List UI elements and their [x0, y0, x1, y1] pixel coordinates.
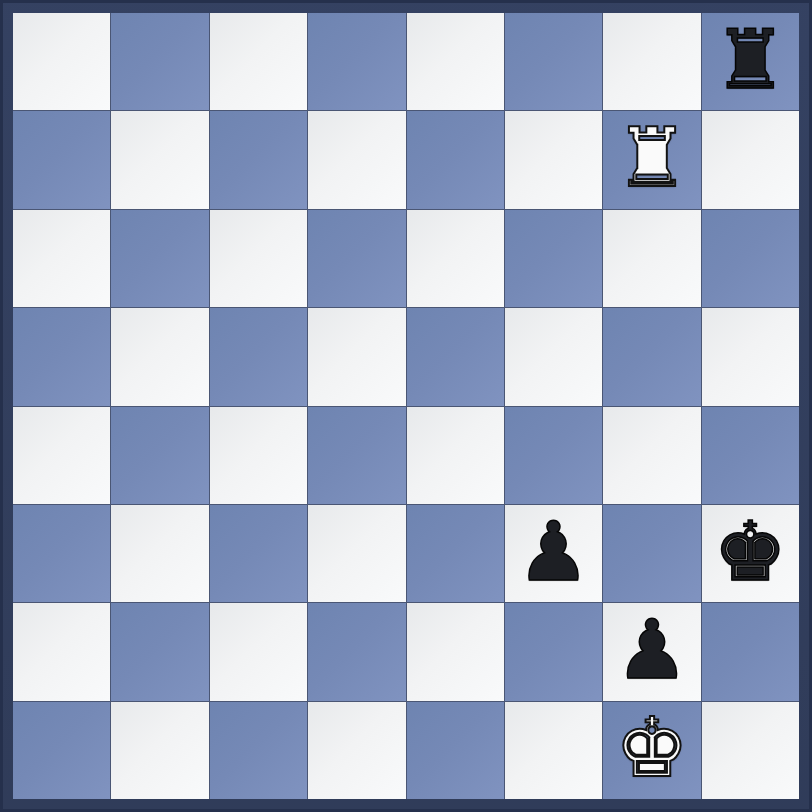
square-e2[interactable] — [407, 603, 504, 700]
square-h4[interactable] — [702, 407, 799, 504]
square-e6[interactable] — [407, 210, 504, 307]
square-e7[interactable] — [407, 111, 504, 208]
square-b6[interactable] — [111, 210, 208, 307]
square-a8[interactable] — [13, 13, 110, 110]
square-b7[interactable] — [111, 111, 208, 208]
square-d1[interactable] — [308, 702, 405, 799]
square-b8[interactable] — [111, 13, 208, 110]
board-frame: ♜♜♟♚♟♚ — [0, 0, 812, 812]
chess-board: ♜♜♟♚♟♚ — [13, 13, 799, 799]
square-f4[interactable] — [505, 407, 602, 504]
square-g3[interactable] — [603, 505, 700, 602]
square-f6[interactable] — [505, 210, 602, 307]
square-b1[interactable] — [111, 702, 208, 799]
square-a5[interactable] — [13, 308, 110, 405]
square-b2[interactable] — [111, 603, 208, 700]
black-pawn[interactable]: ♟ — [517, 511, 591, 593]
square-c2[interactable] — [210, 603, 307, 700]
square-d3[interactable] — [308, 505, 405, 602]
square-h5[interactable] — [702, 308, 799, 405]
square-b4[interactable] — [111, 407, 208, 504]
square-h6[interactable] — [702, 210, 799, 307]
square-c6[interactable] — [210, 210, 307, 307]
square-h7[interactable] — [702, 111, 799, 208]
square-h2[interactable] — [702, 603, 799, 700]
square-e3[interactable] — [407, 505, 504, 602]
square-d7[interactable] — [308, 111, 405, 208]
square-b5[interactable] — [111, 308, 208, 405]
square-h8[interactable]: ♜ — [702, 13, 799, 110]
square-g2[interactable]: ♟ — [603, 603, 700, 700]
square-c4[interactable] — [210, 407, 307, 504]
square-a2[interactable] — [13, 603, 110, 700]
square-c8[interactable] — [210, 13, 307, 110]
square-e5[interactable] — [407, 308, 504, 405]
square-h1[interactable] — [702, 702, 799, 799]
square-h3[interactable]: ♚ — [702, 505, 799, 602]
square-f8[interactable] — [505, 13, 602, 110]
square-g6[interactable] — [603, 210, 700, 307]
square-g5[interactable] — [603, 308, 700, 405]
square-a4[interactable] — [13, 407, 110, 504]
black-pawn[interactable]: ♟ — [615, 609, 689, 691]
square-e8[interactable] — [407, 13, 504, 110]
square-d8[interactable] — [308, 13, 405, 110]
square-f2[interactable] — [505, 603, 602, 700]
square-g7[interactable]: ♜ — [603, 111, 700, 208]
square-f7[interactable] — [505, 111, 602, 208]
square-f1[interactable] — [505, 702, 602, 799]
square-a6[interactable] — [13, 210, 110, 307]
square-b3[interactable] — [111, 505, 208, 602]
white-king[interactable]: ♚ — [615, 707, 689, 789]
square-c7[interactable] — [210, 111, 307, 208]
square-d6[interactable] — [308, 210, 405, 307]
white-rook[interactable]: ♜ — [615, 117, 689, 199]
square-d5[interactable] — [308, 308, 405, 405]
square-c5[interactable] — [210, 308, 307, 405]
square-f5[interactable] — [505, 308, 602, 405]
square-e1[interactable] — [407, 702, 504, 799]
black-rook[interactable]: ♜ — [714, 19, 788, 101]
square-f3[interactable]: ♟ — [505, 505, 602, 602]
square-c1[interactable] — [210, 702, 307, 799]
square-a7[interactable] — [13, 111, 110, 208]
square-d2[interactable] — [308, 603, 405, 700]
square-a3[interactable] — [13, 505, 110, 602]
square-a1[interactable] — [13, 702, 110, 799]
square-g8[interactable] — [603, 13, 700, 110]
black-king[interactable]: ♚ — [714, 511, 788, 593]
square-d4[interactable] — [308, 407, 405, 504]
square-e4[interactable] — [407, 407, 504, 504]
square-g4[interactable] — [603, 407, 700, 504]
square-g1[interactable]: ♚ — [603, 702, 700, 799]
square-c3[interactable] — [210, 505, 307, 602]
